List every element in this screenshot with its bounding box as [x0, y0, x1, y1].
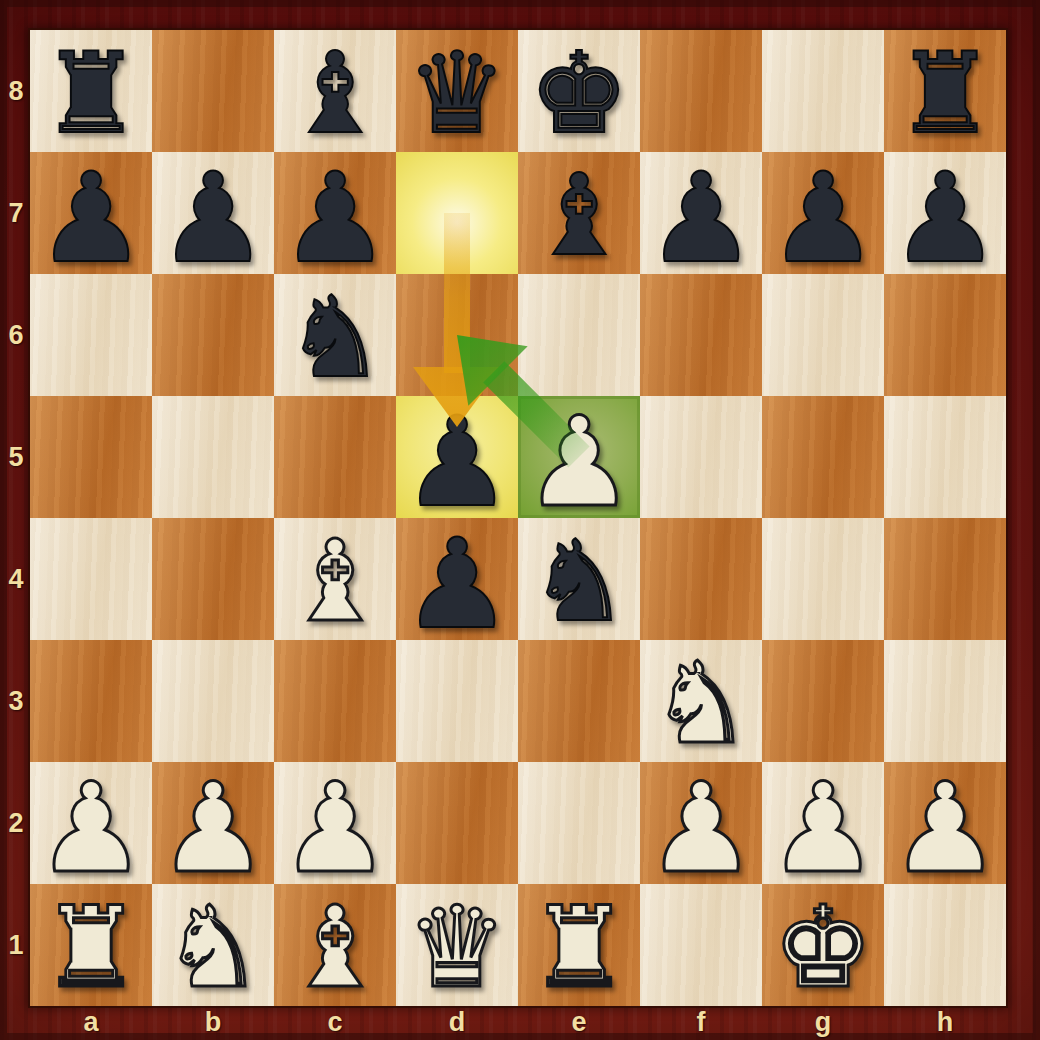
square-e3[interactable] — [518, 640, 640, 762]
square-d7[interactable] — [396, 152, 518, 274]
piece-white-pawn-c2[interactable]: ♟ — [274, 762, 396, 884]
square-e1[interactable]: ♜ — [518, 884, 640, 1006]
rank-label-4: 4 — [8, 564, 23, 595]
square-e2[interactable] — [518, 762, 640, 884]
square-g5[interactable] — [762, 396, 884, 518]
square-a6[interactable] — [30, 274, 152, 396]
file-label-h: h — [937, 1007, 954, 1038]
square-c2[interactable]: ♟ — [274, 762, 396, 884]
square-g7[interactable]: ♟ — [762, 152, 884, 274]
square-e5[interactable]: ♟ — [518, 396, 640, 518]
square-e7[interactable]: ♝ — [518, 152, 640, 274]
piece-white-rook-a1[interactable]: ♜ — [30, 884, 152, 1006]
rank-label-2: 2 — [8, 808, 23, 839]
piece-white-bishop-c4[interactable]: ♝ — [274, 518, 396, 640]
square-f2[interactable]: ♟ — [640, 762, 762, 884]
square-d1[interactable]: ♛ — [396, 884, 518, 1006]
square-e4[interactable]: ♞ — [518, 518, 640, 640]
square-f8[interactable] — [640, 30, 762, 152]
square-f7[interactable]: ♟ — [640, 152, 762, 274]
board-frame: ♜♝♛♚♜♟♟♟♝♟♟♟♞♟♟♝♟♞♞♟♟♟♟♟♟♜♞♝♛♜♚ 87654321… — [0, 0, 1040, 1040]
square-d5[interactable]: ♟ — [396, 396, 518, 518]
rank-label-6: 6 — [8, 320, 23, 351]
square-h4[interactable] — [884, 518, 1006, 640]
square-c1[interactable]: ♝ — [274, 884, 396, 1006]
square-g3[interactable] — [762, 640, 884, 762]
square-e8[interactable]: ♚ — [518, 30, 640, 152]
square-f4[interactable] — [640, 518, 762, 640]
square-b2[interactable]: ♟ — [152, 762, 274, 884]
piece-black-queen-d8[interactable]: ♛ — [396, 30, 518, 152]
square-h3[interactable] — [884, 640, 1006, 762]
piece-black-king-e8[interactable]: ♚ — [518, 30, 640, 152]
piece-white-pawn-a2[interactable]: ♟ — [30, 762, 152, 884]
square-g6[interactable] — [762, 274, 884, 396]
piece-white-pawn-e5[interactable]: ♟ — [518, 396, 640, 518]
square-b4[interactable] — [152, 518, 274, 640]
piece-black-knight-c6[interactable]: ♞ — [274, 274, 396, 396]
square-a5[interactable] — [30, 396, 152, 518]
square-a2[interactable]: ♟ — [30, 762, 152, 884]
square-h7[interactable]: ♟ — [884, 152, 1006, 274]
piece-white-knight-f3[interactable]: ♞ — [640, 640, 762, 762]
square-c5[interactable] — [274, 396, 396, 518]
piece-black-pawn-c7[interactable]: ♟ — [274, 152, 396, 274]
rank-label-7: 7 — [8, 198, 23, 229]
square-g1[interactable]: ♚ — [762, 884, 884, 1006]
square-f5[interactable] — [640, 396, 762, 518]
square-b5[interactable] — [152, 396, 274, 518]
square-g2[interactable]: ♟ — [762, 762, 884, 884]
rank-label-8: 8 — [8, 76, 23, 107]
piece-white-queen-d1[interactable]: ♛ — [396, 884, 518, 1006]
square-g4[interactable] — [762, 518, 884, 640]
square-g8[interactable] — [762, 30, 884, 152]
piece-white-rook-e1[interactable]: ♜ — [518, 884, 640, 1006]
file-label-c: c — [327, 1007, 342, 1038]
file-label-d: d — [449, 1007, 466, 1038]
rank-label-3: 3 — [8, 686, 23, 717]
piece-black-pawn-a7[interactable]: ♟ — [30, 152, 152, 274]
square-f6[interactable] — [640, 274, 762, 396]
square-c8[interactable]: ♝ — [274, 30, 396, 152]
piece-black-bishop-e7[interactable]: ♝ — [518, 152, 640, 274]
file-label-f: f — [697, 1007, 706, 1038]
piece-black-pawn-d4[interactable]: ♟ — [396, 518, 518, 640]
piece-white-knight-b1[interactable]: ♞ — [152, 884, 274, 1006]
square-e6[interactable] — [518, 274, 640, 396]
file-label-g: g — [815, 1007, 832, 1038]
square-b3[interactable] — [152, 640, 274, 762]
chess-board: ♜♝♛♚♜♟♟♟♝♟♟♟♞♟♟♝♟♞♞♟♟♟♟♟♟♜♞♝♛♜♚ — [30, 30, 1006, 1006]
square-d6[interactable] — [396, 274, 518, 396]
piece-black-bishop-c8[interactable]: ♝ — [274, 30, 396, 152]
piece-white-pawn-h2[interactable]: ♟ — [884, 762, 1006, 884]
piece-white-bishop-c1[interactable]: ♝ — [274, 884, 396, 1006]
square-a3[interactable] — [30, 640, 152, 762]
rank-label-1: 1 — [8, 930, 23, 961]
square-c3[interactable] — [274, 640, 396, 762]
square-h2[interactable]: ♟ — [884, 762, 1006, 884]
square-c7[interactable]: ♟ — [274, 152, 396, 274]
square-b1[interactable]: ♞ — [152, 884, 274, 1006]
piece-black-rook-a8[interactable]: ♜ — [30, 30, 152, 152]
square-b6[interactable] — [152, 274, 274, 396]
file-label-b: b — [205, 1007, 222, 1038]
piece-white-pawn-g2[interactable]: ♟ — [762, 762, 884, 884]
square-d2[interactable] — [396, 762, 518, 884]
square-d3[interactable] — [396, 640, 518, 762]
square-c6[interactable]: ♞ — [274, 274, 396, 396]
piece-white-pawn-b2[interactable]: ♟ — [152, 762, 274, 884]
piece-white-king-g1[interactable]: ♚ — [762, 884, 884, 1006]
piece-black-knight-e4[interactable]: ♞ — [518, 518, 640, 640]
piece-black-pawn-b7[interactable]: ♟ — [152, 152, 274, 274]
square-f3[interactable]: ♞ — [640, 640, 762, 762]
square-f1[interactable] — [640, 884, 762, 1006]
square-a4[interactable] — [30, 518, 152, 640]
square-a8[interactable]: ♜ — [30, 30, 152, 152]
square-d8[interactable]: ♛ — [396, 30, 518, 152]
square-c4[interactable]: ♝ — [274, 518, 396, 640]
square-h5[interactable] — [884, 396, 1006, 518]
rank-label-5: 5 — [8, 442, 23, 473]
square-d4[interactable]: ♟ — [396, 518, 518, 640]
square-b8[interactable] — [152, 30, 274, 152]
piece-black-pawn-d5[interactable]: ♟ — [396, 396, 518, 518]
piece-black-pawn-g7[interactable]: ♟ — [762, 152, 884, 274]
piece-black-rook-h8[interactable]: ♜ — [884, 30, 1006, 152]
square-h8[interactable]: ♜ — [884, 30, 1006, 152]
square-b7[interactable]: ♟ — [152, 152, 274, 274]
square-h6[interactable] — [884, 274, 1006, 396]
piece-black-pawn-h7[interactable]: ♟ — [884, 152, 1006, 274]
piece-black-pawn-f7[interactable]: ♟ — [640, 152, 762, 274]
square-h1[interactable] — [884, 884, 1006, 1006]
piece-white-pawn-f2[interactable]: ♟ — [640, 762, 762, 884]
file-label-e: e — [571, 1007, 586, 1038]
file-label-a: a — [83, 1007, 98, 1038]
square-a7[interactable]: ♟ — [30, 152, 152, 274]
square-a1[interactable]: ♜ — [30, 884, 152, 1006]
